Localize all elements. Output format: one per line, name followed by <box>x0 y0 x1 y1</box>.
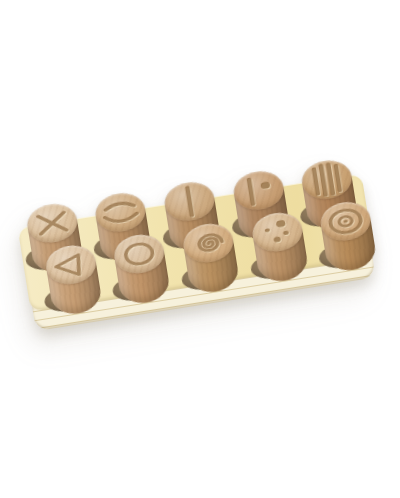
board-cell-r1c1 <box>95 258 171 312</box>
piece-spiral[interactable] <box>181 220 241 295</box>
dots-pattern-icon <box>252 212 303 253</box>
piece-bullseye[interactable] <box>318 199 378 274</box>
product-photo <box>0 0 400 498</box>
line-dot-pattern-icon <box>233 170 284 211</box>
board-grid <box>18 174 378 331</box>
board-cell-r1c3 <box>232 237 308 291</box>
bullseye-pattern-icon <box>320 201 371 242</box>
piece-ring[interactable] <box>112 231 172 306</box>
piece-dots[interactable] <box>249 210 309 285</box>
waves-pattern-icon <box>95 192 146 233</box>
puzzle-tray <box>18 173 380 342</box>
board-cell-r1c0 <box>26 269 102 323</box>
stripes-pattern-icon <box>302 159 353 200</box>
tray-surface <box>18 173 375 311</box>
ring-pattern-icon <box>114 234 165 275</box>
line-pattern-icon <box>164 181 215 222</box>
spiral-pattern-icon <box>183 223 234 264</box>
board-cell-r1c2 <box>163 247 239 301</box>
piece-triangle[interactable] <box>43 242 103 317</box>
x-cross-pattern-icon <box>27 203 78 244</box>
board-cell-r1c4 <box>301 226 377 280</box>
triangle-pattern-icon <box>45 244 96 285</box>
